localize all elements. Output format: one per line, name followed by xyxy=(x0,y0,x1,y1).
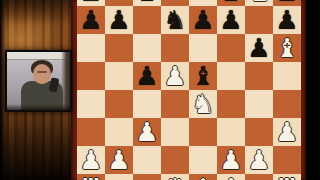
square-c1[interactable] xyxy=(133,174,161,180)
square-g6[interactable]: ♟ xyxy=(245,34,273,62)
square-b1[interactable] xyxy=(105,174,133,180)
square-e2[interactable] xyxy=(189,146,217,174)
white-pawn-f2: ♟ xyxy=(217,146,245,174)
square-e7[interactable]: ♟ xyxy=(189,6,217,34)
white-pawn-a2: ♟ xyxy=(77,146,105,174)
black-pawn-c5: ♟ xyxy=(133,62,161,90)
square-b7[interactable]: ♟ xyxy=(105,6,133,34)
square-d3[interactable] xyxy=(161,118,189,146)
square-a5[interactable] xyxy=(77,62,105,90)
black-bishop-e5: ♝ xyxy=(189,62,217,90)
white-pawn-g2: ♟ xyxy=(245,146,273,174)
square-d7[interactable]: ♞ xyxy=(161,6,189,34)
black-pawn-a7: ♟ xyxy=(77,6,105,34)
square-h1[interactable]: ♜ xyxy=(273,174,301,180)
black-knight-d7: ♞ xyxy=(161,6,189,34)
square-d4[interactable] xyxy=(161,90,189,118)
square-b4[interactable] xyxy=(105,90,133,118)
square-d6[interactable] xyxy=(161,34,189,62)
chess-board[interactable]: ♜♝♚♞♜♟♟♞♟♟♟♟♝♟♟♝♞♟♟♟♟♟♟♜♛♚♝♜ xyxy=(77,0,301,180)
square-g4[interactable] xyxy=(245,90,273,118)
white-pawn-d5: ♟ xyxy=(161,62,189,90)
webcam-bottom-shadow xyxy=(7,104,70,110)
square-f4[interactable] xyxy=(217,90,245,118)
white-king-e1: ♚ xyxy=(189,174,217,180)
square-h4[interactable] xyxy=(273,90,301,118)
white-queen-d1: ♛ xyxy=(161,174,189,180)
square-e6[interactable] xyxy=(189,34,217,62)
square-c7[interactable] xyxy=(133,6,161,34)
black-pawn-h7: ♟ xyxy=(273,6,301,34)
black-pawn-g6: ♟ xyxy=(245,34,273,62)
square-g5[interactable] xyxy=(245,62,273,90)
square-f6[interactable] xyxy=(217,34,245,62)
square-g2[interactable]: ♟ xyxy=(245,146,273,174)
presenter-webcam xyxy=(5,50,72,112)
square-f3[interactable] xyxy=(217,118,245,146)
square-a6[interactable] xyxy=(77,34,105,62)
square-e4[interactable]: ♞ xyxy=(189,90,217,118)
square-a2[interactable]: ♟ xyxy=(77,146,105,174)
square-a7[interactable]: ♟ xyxy=(77,6,105,34)
square-c6[interactable] xyxy=(133,34,161,62)
square-a4[interactable] xyxy=(77,90,105,118)
square-h7[interactable]: ♟ xyxy=(273,6,301,34)
square-d1[interactable]: ♛ xyxy=(161,174,189,180)
white-bishop-h6: ♝ xyxy=(273,34,301,62)
square-e5[interactable]: ♝ xyxy=(189,62,217,90)
square-f7[interactable]: ♟ xyxy=(217,6,245,34)
square-c2[interactable] xyxy=(133,146,161,174)
square-c4[interactable] xyxy=(133,90,161,118)
white-pawn-b2: ♟ xyxy=(105,146,133,174)
black-pawn-f7: ♟ xyxy=(217,6,245,34)
white-pawn-c3: ♟ xyxy=(133,118,161,146)
white-bishop-f1: ♝ xyxy=(217,174,245,180)
square-b3[interactable] xyxy=(105,118,133,146)
square-g7[interactable] xyxy=(245,6,273,34)
square-g1[interactable] xyxy=(245,174,273,180)
square-f5[interactable] xyxy=(217,62,245,90)
square-b2[interactable]: ♟ xyxy=(105,146,133,174)
square-h5[interactable] xyxy=(273,62,301,90)
white-knight-e4: ♞ xyxy=(189,90,217,118)
square-c3[interactable]: ♟ xyxy=(133,118,161,146)
square-b5[interactable] xyxy=(105,62,133,90)
black-pawn-b7: ♟ xyxy=(105,6,133,34)
white-rook-h1: ♜ xyxy=(273,174,301,180)
white-rook-a1: ♜ xyxy=(77,174,105,180)
square-e1[interactable]: ♚ xyxy=(189,174,217,180)
square-d2[interactable] xyxy=(161,146,189,174)
square-h6[interactable]: ♝ xyxy=(273,34,301,62)
square-h3[interactable]: ♟ xyxy=(273,118,301,146)
square-a3[interactable] xyxy=(77,118,105,146)
video-frame: ♜♝♚♞♜♟♟♞♟♟♟♟♝♟♟♝♞♟♟♟♟♟♟♜♛♚♝♜ xyxy=(0,0,320,180)
square-a1[interactable]: ♜ xyxy=(77,174,105,180)
square-e3[interactable] xyxy=(189,118,217,146)
square-b6[interactable] xyxy=(105,34,133,62)
letterbox-right xyxy=(306,0,320,180)
black-pawn-e7: ♟ xyxy=(189,6,217,34)
presenter-eyes xyxy=(37,71,47,73)
square-g3[interactable] xyxy=(245,118,273,146)
square-f1[interactable]: ♝ xyxy=(217,174,245,180)
square-f2[interactable]: ♟ xyxy=(217,146,245,174)
square-c5[interactable]: ♟ xyxy=(133,62,161,90)
square-d5[interactable]: ♟ xyxy=(161,62,189,90)
square-h2[interactable] xyxy=(273,146,301,174)
presenter-face xyxy=(33,64,51,84)
white-pawn-h3: ♟ xyxy=(273,118,301,146)
